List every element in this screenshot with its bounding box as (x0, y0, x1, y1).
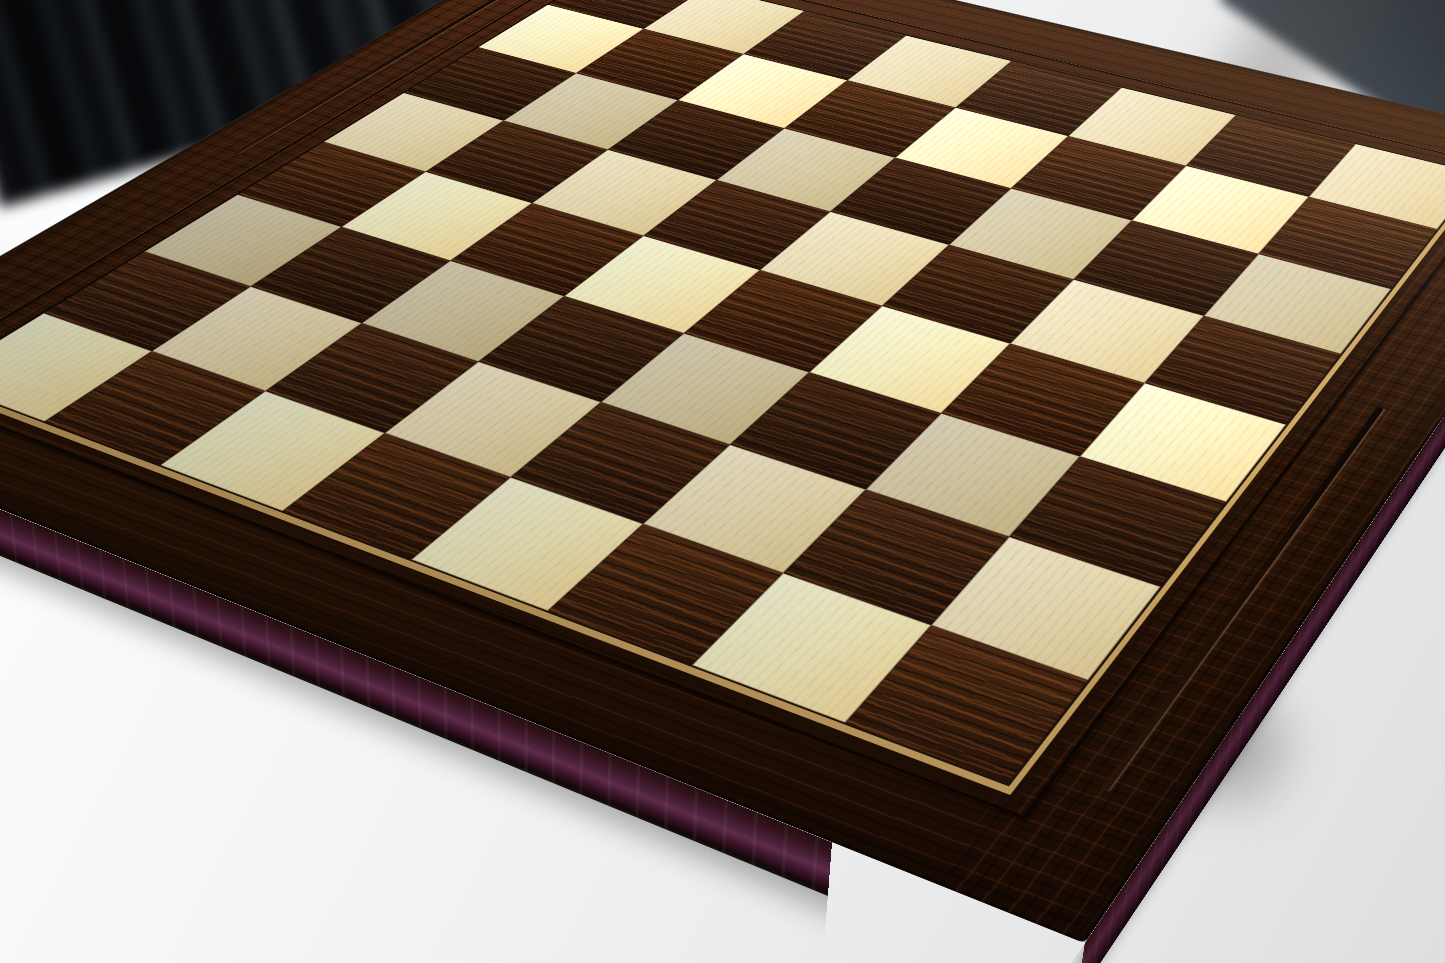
square-f2 (643, 445, 866, 573)
square-b1 (44, 351, 265, 465)
square-a1 (0, 313, 152, 421)
square-d3 (478, 296, 683, 402)
square-f1 (548, 524, 783, 665)
square-c3 (362, 261, 565, 362)
square-h5 (1145, 316, 1341, 425)
square-c1 (160, 391, 385, 511)
square-e3 (601, 333, 809, 444)
square-d1 (282, 433, 510, 560)
square-h3 (1009, 456, 1226, 586)
square-f4 (809, 306, 1010, 413)
square-c2 (265, 323, 478, 433)
square-g2 (783, 489, 1009, 625)
square-h1 (845, 625, 1088, 784)
square-b2 (152, 286, 362, 391)
photo-stage (0, 0, 1445, 963)
square-g1 (692, 573, 931, 723)
square-e1 (411, 477, 643, 611)
square-g5 (1010, 279, 1204, 383)
square-h2 (931, 537, 1160, 681)
square-e4 (684, 270, 882, 372)
square-f3 (730, 372, 941, 489)
square-g4 (941, 344, 1144, 457)
square-d2 (385, 362, 601, 478)
square-h4 (1080, 383, 1286, 502)
square-e2 (511, 402, 730, 524)
square-g3 (866, 413, 1080, 536)
chess-board (0, 0, 1445, 943)
